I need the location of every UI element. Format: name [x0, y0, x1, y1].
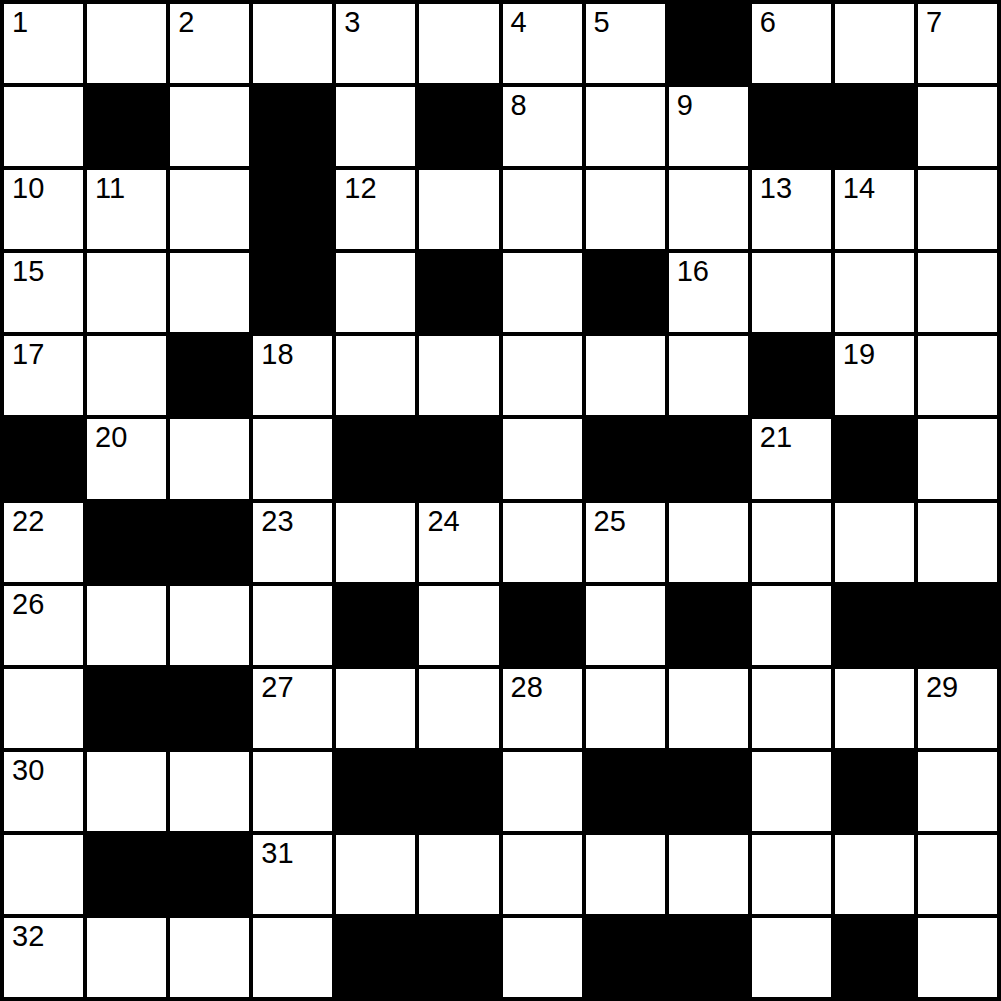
- black-cell: [4, 419, 83, 498]
- clue-number: 23: [261, 506, 293, 536]
- black-cell: [835, 419, 914, 498]
- black-cell: [253, 170, 332, 249]
- black-cell: [170, 835, 249, 914]
- white-cell[interactable]: 2: [170, 4, 249, 83]
- black-cell: [752, 87, 831, 166]
- white-cell[interactable]: [336, 669, 415, 748]
- white-cell[interactable]: [503, 752, 582, 831]
- white-cell[interactable]: [87, 918, 166, 997]
- white-cell[interactable]: 18: [253, 336, 332, 415]
- clue-number: 19: [843, 339, 875, 369]
- clue-number: 25: [594, 506, 626, 536]
- white-cell[interactable]: [586, 586, 665, 665]
- white-cell[interactable]: [170, 586, 249, 665]
- clue-number: 10: [12, 173, 44, 203]
- black-cell: [669, 752, 748, 831]
- white-cell[interactable]: [918, 170, 997, 249]
- white-cell[interactable]: [87, 336, 166, 415]
- clue-number: 3: [344, 7, 360, 37]
- black-cell: [503, 586, 582, 665]
- crossword-grid: 1234567891011121314151617181920212223242…: [0, 0, 1001, 1001]
- white-cell[interactable]: [752, 253, 831, 332]
- white-cell[interactable]: [170, 170, 249, 249]
- black-cell: [586, 253, 665, 332]
- white-cell[interactable]: [87, 4, 166, 83]
- white-cell[interactable]: [918, 419, 997, 498]
- black-cell: [669, 918, 748, 997]
- white-cell[interactable]: [835, 253, 914, 332]
- white-cell[interactable]: [835, 4, 914, 83]
- white-cell[interactable]: [752, 918, 831, 997]
- clue-number: 15: [12, 256, 44, 286]
- clue-number: 28: [511, 672, 543, 702]
- white-cell[interactable]: 15: [4, 253, 83, 332]
- clue-number: 5: [594, 7, 610, 37]
- white-cell[interactable]: 7: [918, 4, 997, 83]
- white-cell[interactable]: 10: [4, 170, 83, 249]
- white-cell[interactable]: [918, 918, 997, 997]
- white-cell[interactable]: 23: [253, 503, 332, 582]
- white-cell[interactable]: [503, 918, 582, 997]
- white-cell[interactable]: 14: [835, 170, 914, 249]
- white-cell[interactable]: [752, 835, 831, 914]
- white-cell[interactable]: 12: [336, 170, 415, 249]
- white-cell[interactable]: 19: [835, 336, 914, 415]
- clue-number: 32: [12, 921, 44, 951]
- white-cell[interactable]: [419, 835, 498, 914]
- black-cell: [419, 419, 498, 498]
- white-cell[interactable]: [4, 669, 83, 748]
- clue-number: 9: [677, 90, 693, 120]
- white-cell[interactable]: [87, 752, 166, 831]
- black-cell: [253, 253, 332, 332]
- white-cell[interactable]: [336, 336, 415, 415]
- black-cell: [586, 752, 665, 831]
- white-cell[interactable]: [503, 419, 582, 498]
- black-cell: [170, 503, 249, 582]
- white-cell[interactable]: [253, 752, 332, 831]
- white-cell[interactable]: [170, 752, 249, 831]
- white-cell[interactable]: [669, 336, 748, 415]
- clue-number: 24: [427, 506, 459, 536]
- white-cell[interactable]: 30: [4, 752, 83, 831]
- black-cell: [336, 419, 415, 498]
- white-cell[interactable]: 27: [253, 669, 332, 748]
- white-cell[interactable]: 11: [87, 170, 166, 249]
- clue-number: 16: [677, 256, 709, 286]
- white-cell[interactable]: 17: [4, 336, 83, 415]
- white-cell[interactable]: 5: [586, 4, 665, 83]
- white-cell[interactable]: [419, 336, 498, 415]
- white-cell[interactable]: [170, 419, 249, 498]
- white-cell[interactable]: 4: [503, 4, 582, 83]
- white-cell[interactable]: [503, 835, 582, 914]
- clue-number: 18: [261, 339, 293, 369]
- white-cell[interactable]: [918, 752, 997, 831]
- black-cell: [419, 918, 498, 997]
- black-cell: [170, 336, 249, 415]
- white-cell[interactable]: [752, 503, 831, 582]
- white-cell[interactable]: [419, 669, 498, 748]
- white-cell[interactable]: 20: [87, 419, 166, 498]
- white-cell[interactable]: [4, 835, 83, 914]
- clue-number: 31: [261, 838, 293, 868]
- clue-number: 13: [760, 173, 792, 203]
- white-cell[interactable]: [586, 170, 665, 249]
- clue-number: 6: [760, 7, 776, 37]
- clue-number: 8: [511, 90, 527, 120]
- white-cell[interactable]: [170, 918, 249, 997]
- white-cell[interactable]: [336, 835, 415, 914]
- white-cell[interactable]: [752, 586, 831, 665]
- clue-number: 20: [95, 422, 127, 452]
- white-cell[interactable]: 32: [4, 918, 83, 997]
- white-cell[interactable]: [253, 918, 332, 997]
- white-cell[interactable]: [253, 419, 332, 498]
- clue-number: 1: [12, 7, 28, 37]
- white-cell[interactable]: 9: [669, 87, 748, 166]
- white-cell[interactable]: 8: [503, 87, 582, 166]
- white-cell[interactable]: 16: [669, 253, 748, 332]
- black-cell: [87, 835, 166, 914]
- white-cell[interactable]: [586, 336, 665, 415]
- white-cell[interactable]: 26: [4, 586, 83, 665]
- black-cell: [669, 4, 748, 83]
- black-cell: [835, 586, 914, 665]
- white-cell[interactable]: [752, 669, 831, 748]
- white-cell[interactable]: [419, 4, 498, 83]
- white-cell[interactable]: [586, 835, 665, 914]
- white-cell[interactable]: [752, 752, 831, 831]
- white-cell[interactable]: [835, 835, 914, 914]
- black-cell: [419, 752, 498, 831]
- black-cell: [835, 918, 914, 997]
- white-cell[interactable]: 3: [336, 4, 415, 83]
- white-cell[interactable]: [253, 586, 332, 665]
- white-cell[interactable]: 25: [586, 503, 665, 582]
- white-cell[interactable]: [503, 336, 582, 415]
- clue-number: 11: [95, 173, 125, 203]
- white-cell[interactable]: [503, 170, 582, 249]
- white-cell[interactable]: 22: [4, 503, 83, 582]
- clue-number: 26: [12, 589, 44, 619]
- black-cell: [669, 419, 748, 498]
- white-cell[interactable]: [586, 87, 665, 166]
- black-cell: [170, 669, 249, 748]
- clue-number: 21: [760, 422, 792, 452]
- white-cell[interactable]: [87, 586, 166, 665]
- black-cell: [586, 419, 665, 498]
- white-cell[interactable]: [835, 503, 914, 582]
- white-cell[interactable]: [336, 87, 415, 166]
- black-cell: [835, 87, 914, 166]
- white-cell[interactable]: [419, 170, 498, 249]
- white-cell[interactable]: [669, 669, 748, 748]
- clue-number: 12: [344, 173, 376, 203]
- white-cell[interactable]: 21: [752, 419, 831, 498]
- white-cell[interactable]: [669, 170, 748, 249]
- black-cell: [87, 503, 166, 582]
- white-cell[interactable]: 29: [918, 669, 997, 748]
- black-cell: [336, 586, 415, 665]
- white-cell[interactable]: [87, 253, 166, 332]
- white-cell[interactable]: [918, 253, 997, 332]
- white-cell[interactable]: 24: [419, 503, 498, 582]
- black-cell: [336, 752, 415, 831]
- black-cell: [87, 669, 166, 748]
- white-cell[interactable]: [835, 669, 914, 748]
- clue-number: 29: [926, 672, 958, 702]
- white-cell[interactable]: 28: [503, 669, 582, 748]
- clue-number: 27: [261, 672, 293, 702]
- white-cell[interactable]: [503, 503, 582, 582]
- black-cell: [419, 253, 498, 332]
- white-cell[interactable]: [918, 503, 997, 582]
- clue-number: 14: [843, 173, 875, 203]
- black-cell: [669, 586, 748, 665]
- white-cell[interactable]: [336, 253, 415, 332]
- white-cell[interactable]: [918, 835, 997, 914]
- black-cell: [87, 87, 166, 166]
- black-cell: [336, 918, 415, 997]
- black-cell: [835, 752, 914, 831]
- white-cell[interactable]: 1: [4, 4, 83, 83]
- clue-number: 4: [511, 7, 527, 37]
- white-cell[interactable]: [170, 253, 249, 332]
- clue-number: 17: [12, 339, 44, 369]
- white-cell[interactable]: [336, 503, 415, 582]
- white-cell[interactable]: [419, 586, 498, 665]
- white-cell[interactable]: [669, 503, 748, 582]
- black-cell: [586, 918, 665, 997]
- white-cell[interactable]: [170, 87, 249, 166]
- clue-number: 2: [178, 7, 194, 37]
- white-cell[interactable]: 31: [253, 835, 332, 914]
- black-cell: [419, 87, 498, 166]
- white-cell[interactable]: [918, 336, 997, 415]
- white-cell[interactable]: [4, 87, 83, 166]
- white-cell[interactable]: [669, 835, 748, 914]
- white-cell[interactable]: [503, 253, 582, 332]
- clue-number: 22: [12, 506, 44, 536]
- white-cell[interactable]: 13: [752, 170, 831, 249]
- clue-number: 7: [926, 7, 942, 37]
- clue-number: 30: [12, 755, 44, 785]
- white-cell[interactable]: [253, 4, 332, 83]
- black-cell: [752, 336, 831, 415]
- black-cell: [918, 586, 997, 665]
- white-cell[interactable]: [918, 87, 997, 166]
- white-cell[interactable]: [586, 669, 665, 748]
- white-cell[interactable]: 6: [752, 4, 831, 83]
- black-cell: [253, 87, 332, 166]
